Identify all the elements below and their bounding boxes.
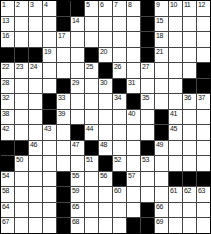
cell-number: 55 [72, 172, 79, 179]
cell-number: 63 [198, 187, 205, 194]
crossword-cell[interactable]: 56 [99, 172, 112, 187]
black-cell [57, 172, 70, 187]
cell-number: 13 [2, 17, 9, 24]
cell-number: 47 [72, 141, 79, 148]
crossword-cell[interactable] [169, 79, 182, 94]
crossword-cell[interactable] [183, 156, 196, 171]
cell-number: 60 [114, 187, 121, 194]
crossword-cell[interactable]: 8 [127, 1, 140, 16]
crossword-cell[interactable]: 12 [197, 1, 210, 16]
crossword-cell[interactable] [155, 156, 168, 171]
cell-number: 43 [44, 125, 51, 132]
crossword-cell[interactable] [43, 172, 56, 187]
black-cell [85, 141, 98, 156]
crossword-cell[interactable] [155, 172, 168, 187]
crossword-cell[interactable]: 68 [71, 218, 84, 233]
crossword-cell[interactable]: 17 [57, 32, 70, 47]
black-cell [155, 125, 168, 140]
cell-number: 2 [16, 1, 19, 8]
cell-number: 5 [86, 1, 89, 8]
crossword-cell[interactable]: 2 [15, 1, 28, 16]
cell-number: 16 [2, 32, 9, 39]
cell-number: 56 [100, 172, 107, 179]
cell-number: 58 [2, 187, 9, 194]
cell-number: 33 [58, 94, 65, 101]
crossword-cell[interactable] [113, 17, 126, 32]
crossword-cell[interactable] [155, 94, 168, 109]
crossword-cell[interactable] [99, 94, 112, 109]
crossword-cell[interactable]: 11 [183, 1, 196, 16]
crossword-cell[interactable]: 31 [127, 79, 140, 94]
crossword-cell[interactable]: 24 [29, 63, 42, 78]
crossword-cell[interactable] [29, 156, 42, 171]
crossword-cell[interactable] [113, 32, 126, 47]
crossword-cell[interactable]: 7 [113, 1, 126, 16]
crossword-cell[interactable]: 45 [169, 125, 182, 140]
crossword-cell[interactable] [29, 218, 42, 233]
crossword-cell[interactable] [15, 32, 28, 47]
crossword-cell[interactable] [169, 218, 182, 233]
crossword-cell[interactable] [155, 63, 168, 78]
crossword-cell[interactable]: 22 [1, 63, 14, 78]
cell-number: 15 [156, 17, 163, 24]
crossword-cell[interactable]: 19 [43, 48, 56, 63]
crossword-cell[interactable]: 37 [197, 94, 210, 109]
crossword-cell[interactable]: 36 [183, 94, 196, 109]
cell-number: 35 [142, 94, 149, 101]
crossword-cell[interactable] [85, 172, 98, 187]
crossword-cell[interactable] [169, 156, 182, 171]
crossword-cell[interactable] [99, 218, 112, 233]
cell-number: 14 [72, 17, 79, 24]
cell-number: 50 [16, 156, 23, 163]
crossword-cell[interactable] [29, 17, 42, 32]
crossword-cell[interactable]: 29 [71, 79, 84, 94]
cell-number: 9 [156, 1, 159, 8]
crossword-cell[interactable] [71, 156, 84, 171]
black-cell [57, 1, 70, 16]
crossword-cell[interactable] [15, 17, 28, 32]
crossword-cell[interactable]: 13 [1, 17, 14, 32]
crossword-cell[interactable] [169, 63, 182, 78]
crossword-cell[interactable] [127, 187, 140, 202]
crossword-grid: 1234567891011121314151617181920212223242… [0, 0, 211, 234]
cell-number: 61 [170, 187, 177, 194]
black-cell [43, 110, 56, 125]
crossword-cell[interactable]: 69 [155, 218, 168, 233]
cell-number: 25 [86, 63, 93, 70]
crossword-cell[interactable]: 42 [1, 125, 14, 140]
crossword-cell[interactable] [43, 218, 56, 233]
crossword-cell[interactable] [43, 141, 56, 156]
crossword-cell[interactable] [15, 187, 28, 202]
cell-number: 1 [2, 1, 5, 8]
crossword-cell[interactable] [43, 17, 56, 32]
black-cell [85, 48, 98, 63]
crossword-cell[interactable] [29, 172, 42, 187]
crossword-cell[interactable] [85, 187, 98, 202]
crossword-cell[interactable] [71, 32, 84, 47]
black-cell [43, 94, 56, 109]
crossword-cell[interactable]: 3 [29, 1, 42, 16]
crossword-cell[interactable]: 27 [141, 63, 154, 78]
crossword-cell[interactable] [71, 94, 84, 109]
black-cell [57, 203, 70, 218]
crossword-cell[interactable]: 5 [85, 1, 98, 16]
crossword-cell[interactable] [169, 17, 182, 32]
cell-number: 49 [156, 141, 163, 148]
crossword-cell[interactable]: 1 [1, 1, 14, 16]
cell-number: 57 [128, 172, 135, 179]
black-cell [183, 79, 196, 94]
crossword-cell[interactable] [127, 203, 140, 218]
crossword-cell[interactable] [183, 125, 196, 140]
crossword-cell[interactable]: 39 [57, 110, 70, 125]
crossword-cell[interactable] [15, 94, 28, 109]
crossword-cell[interactable]: 63 [197, 187, 210, 202]
black-cell [127, 94, 140, 109]
black-cell [197, 63, 210, 78]
crossword-cell[interactable] [99, 32, 112, 47]
cell-number: 17 [58, 32, 65, 39]
crossword-cell[interactable] [127, 63, 140, 78]
crossword-cell[interactable] [43, 203, 56, 218]
crossword-cell[interactable]: 32 [1, 94, 14, 109]
crossword-cell[interactable] [57, 63, 70, 78]
crossword-cell[interactable] [183, 218, 196, 233]
cell-number: 29 [72, 79, 79, 86]
crossword-cell[interactable]: 58 [1, 187, 14, 202]
black-cell [71, 1, 84, 16]
crossword-cell[interactable] [197, 203, 210, 218]
crossword-cell[interactable] [71, 63, 84, 78]
crossword-cell[interactable] [127, 32, 140, 47]
cell-number: 30 [100, 79, 107, 86]
crossword-cell[interactable] [43, 63, 56, 78]
black-cell [99, 63, 112, 78]
crossword-cell[interactable] [197, 32, 210, 47]
black-cell [1, 48, 14, 63]
black-cell [113, 79, 126, 94]
crossword-cell[interactable] [15, 218, 28, 233]
crossword-cell[interactable] [85, 32, 98, 47]
crossword-cell[interactable] [99, 125, 112, 140]
crossword-cell[interactable] [15, 125, 28, 140]
cell-number: 36 [184, 94, 191, 101]
crossword-cell[interactable]: 10 [169, 1, 182, 16]
cell-number: 24 [30, 63, 37, 70]
crossword-cell[interactable] [85, 110, 98, 125]
black-cell [197, 172, 210, 187]
crossword-cell[interactable]: 21 [155, 48, 168, 63]
crossword-cell[interactable]: 52 [113, 156, 126, 171]
crossword-cell[interactable] [141, 172, 154, 187]
cell-number: 44 [86, 125, 93, 132]
crossword-cell[interactable] [141, 125, 154, 140]
crossword-cell[interactable] [71, 48, 84, 63]
crossword-cell[interactable]: 4 [43, 1, 56, 16]
black-cell [183, 172, 196, 187]
cell-number: 53 [142, 156, 149, 163]
crossword-cell[interactable] [29, 125, 42, 140]
crossword-cell[interactable] [197, 125, 210, 140]
black-cell [15, 141, 28, 156]
crossword-cell[interactable] [197, 110, 210, 125]
black-cell [141, 17, 154, 32]
crossword-cell[interactable] [57, 48, 70, 63]
crossword-cell[interactable] [29, 32, 42, 47]
crossword-cell[interactable]: 41 [169, 110, 182, 125]
cell-number: 54 [2, 172, 9, 179]
crossword-cell[interactable]: 40 [127, 110, 140, 125]
black-cell [15, 48, 28, 63]
crossword-cell[interactable] [169, 32, 182, 47]
crossword-cell[interactable] [15, 110, 28, 125]
cell-number: 28 [2, 79, 9, 86]
crossword-cell[interactable]: 20 [99, 48, 112, 63]
crossword-cell[interactable]: 59 [71, 187, 84, 202]
black-cell [141, 1, 154, 16]
crossword-cell[interactable] [183, 17, 196, 32]
crossword-cell[interactable] [43, 187, 56, 202]
black-cell [141, 203, 154, 218]
crossword-cell[interactable] [169, 141, 182, 156]
cell-number: 65 [72, 203, 79, 210]
crossword-cell[interactable] [29, 79, 42, 94]
cell-number: 67 [2, 218, 9, 225]
cell-number: 26 [114, 63, 121, 70]
crossword-cell[interactable] [127, 141, 140, 156]
crossword-cell[interactable]: 6 [99, 1, 112, 16]
black-cell [57, 17, 70, 32]
black-cell [169, 172, 182, 187]
cell-number: 48 [100, 141, 107, 148]
crossword-cell[interactable]: 46 [29, 141, 42, 156]
crossword-cell[interactable]: 16 [1, 32, 14, 47]
crossword-cell[interactable] [113, 218, 126, 233]
black-cell [1, 156, 14, 171]
black-cell [57, 218, 70, 233]
cell-number: 42 [2, 125, 9, 132]
cell-number: 40 [128, 110, 135, 117]
crossword-cell[interactable] [183, 110, 196, 125]
crossword-cell[interactable] [85, 94, 98, 109]
crossword-cell[interactable] [99, 203, 112, 218]
cell-number: 18 [156, 32, 163, 39]
cell-number: 59 [72, 187, 79, 194]
crossword-cell[interactable] [57, 125, 70, 140]
crossword-cell[interactable]: 67 [1, 218, 14, 233]
crossword-cell[interactable] [127, 125, 140, 140]
cell-number: 21 [156, 48, 163, 55]
crossword-cell[interactable] [71, 110, 84, 125]
crossword-cell[interactable]: 35 [141, 94, 154, 109]
crossword-cell[interactable] [99, 110, 112, 125]
crossword-cell[interactable]: 62 [183, 187, 196, 202]
crossword-cell[interactable] [29, 110, 42, 125]
crossword-cell[interactable] [85, 79, 98, 94]
black-cell [99, 156, 112, 171]
crossword-cell[interactable] [57, 141, 70, 156]
crossword-cell[interactable] [169, 94, 182, 109]
cell-number: 37 [198, 94, 205, 101]
cell-number: 45 [170, 125, 177, 132]
crossword-cell[interactable]: 57 [127, 172, 140, 187]
crossword-cell[interactable]: 34 [113, 94, 126, 109]
crossword-cell[interactable] [141, 79, 154, 94]
black-cell [29, 48, 42, 63]
cell-number: 22 [2, 63, 9, 70]
black-cell [141, 48, 154, 63]
crossword-cell[interactable] [85, 203, 98, 218]
cell-number: 64 [2, 203, 9, 210]
cell-number: 46 [30, 141, 37, 148]
cell-number: 20 [100, 48, 107, 55]
cell-number: 66 [156, 203, 163, 210]
cell-number: 23 [16, 63, 23, 70]
crossword-cell[interactable]: 14 [71, 17, 84, 32]
crossword-cell[interactable] [99, 17, 112, 32]
crossword-cell[interactable]: 64 [1, 203, 14, 218]
crossword-cell[interactable] [113, 125, 126, 140]
crossword-cell[interactable] [127, 17, 140, 32]
black-cell [141, 32, 154, 47]
crossword-cell[interactable] [43, 79, 56, 94]
crossword-cell[interactable] [85, 17, 98, 32]
black-cell [141, 218, 154, 233]
crossword-cell[interactable] [197, 218, 210, 233]
crossword-cell[interactable]: 43 [43, 125, 56, 140]
crossword-cell[interactable] [183, 32, 196, 47]
crossword-cell[interactable]: 66 [155, 203, 168, 218]
crossword-cell[interactable] [197, 17, 210, 32]
cell-number: 34 [114, 94, 121, 101]
crossword-cell[interactable]: 38 [1, 110, 14, 125]
crossword-cell[interactable] [183, 203, 196, 218]
crossword-cell[interactable] [113, 203, 126, 218]
cell-number: 52 [114, 156, 121, 163]
cell-number: 69 [156, 218, 163, 225]
crossword-cell[interactable]: 30 [99, 79, 112, 94]
crossword-cell[interactable]: 15 [155, 17, 168, 32]
cell-number: 8 [128, 1, 131, 8]
cell-number: 38 [2, 110, 9, 117]
cell-number: 19 [44, 48, 51, 55]
crossword-cell[interactable] [113, 110, 126, 125]
crossword-cell[interactable] [155, 79, 168, 94]
cell-number: 39 [58, 110, 65, 117]
crossword-cell[interactable] [29, 187, 42, 202]
cell-number: 10 [170, 1, 177, 8]
crossword-cell[interactable] [43, 32, 56, 47]
crossword-cell[interactable]: 55 [71, 172, 84, 187]
cell-number: 62 [184, 187, 191, 194]
cell-number: 31 [128, 79, 135, 86]
crossword-cell[interactable]: 49 [155, 141, 168, 156]
black-cell [71, 125, 84, 140]
black-cell [1, 141, 14, 156]
cell-number: 51 [86, 156, 93, 163]
crossword-cell[interactable] [43, 156, 56, 171]
crossword-cell[interactable] [127, 156, 140, 171]
cell-number: 12 [198, 1, 205, 8]
crossword-cell[interactable] [197, 48, 210, 63]
crossword-cell[interactable]: 50 [15, 156, 28, 171]
crossword-cell[interactable]: 53 [141, 156, 154, 171]
crossword-cell[interactable]: 9 [155, 1, 168, 16]
black-cell [127, 218, 140, 233]
crossword-cell[interactable]: 54 [1, 172, 14, 187]
cell-number: 27 [142, 63, 149, 70]
cell-number: 41 [170, 110, 177, 117]
black-cell [155, 110, 168, 125]
crossword-cell[interactable] [15, 79, 28, 94]
cell-number: 11 [184, 1, 190, 8]
black-cell [113, 172, 126, 187]
cell-number: 7 [114, 1, 117, 8]
crossword-cell[interactable] [197, 156, 210, 171]
crossword-cell[interactable] [141, 110, 154, 125]
crossword-cell[interactable] [127, 48, 140, 63]
crossword-cell[interactable]: 60 [113, 187, 126, 202]
crossword-cell[interactable] [85, 218, 98, 233]
crossword-cell[interactable] [29, 203, 42, 218]
black-cell [57, 79, 70, 94]
cell-number: 68 [72, 218, 79, 225]
black-cell [197, 79, 210, 94]
crossword-cell[interactable] [169, 203, 182, 218]
crossword-cell[interactable] [197, 141, 210, 156]
crossword-cell[interactable] [155, 187, 168, 202]
crossword-cell[interactable] [183, 141, 196, 156]
crossword-cell[interactable] [169, 48, 182, 63]
crossword-cell[interactable]: 23 [15, 63, 28, 78]
crossword-cell[interactable] [57, 156, 70, 171]
cell-number: 3 [30, 1, 33, 8]
crossword-cell[interactable]: 51 [85, 156, 98, 171]
black-cell [57, 187, 70, 202]
crossword-cell[interactable] [183, 48, 196, 63]
crossword-cell[interactable] [99, 187, 112, 202]
cell-number: 6 [100, 1, 103, 8]
crossword-cell[interactable]: 26 [113, 63, 126, 78]
cell-number: 4 [44, 1, 47, 8]
crossword-cell[interactable]: 28 [1, 79, 14, 94]
crossword-cell[interactable]: 65 [71, 203, 84, 218]
crossword-cell[interactable] [113, 141, 126, 156]
crossword-cell[interactable]: 47 [71, 141, 84, 156]
crossword-cell[interactable]: 48 [99, 141, 112, 156]
crossword-cell[interactable] [183, 63, 196, 78]
crossword-cell[interactable]: 61 [169, 187, 182, 202]
crossword-cell[interactable]: 33 [57, 94, 70, 109]
crossword-cell[interactable]: 44 [85, 125, 98, 140]
crossword-cell[interactable]: 25 [85, 63, 98, 78]
crossword-cell[interactable] [141, 187, 154, 202]
crossword-cell[interactable]: 18 [155, 32, 168, 47]
crossword-cell[interactable] [15, 203, 28, 218]
crossword-puzzle: 1234567891011121314151617181920212223242… [0, 0, 211, 234]
crossword-cell[interactable] [29, 94, 42, 109]
black-cell [141, 141, 154, 156]
crossword-cell[interactable] [15, 172, 28, 187]
cell-number: 32 [2, 94, 9, 101]
crossword-cell[interactable] [113, 48, 126, 63]
